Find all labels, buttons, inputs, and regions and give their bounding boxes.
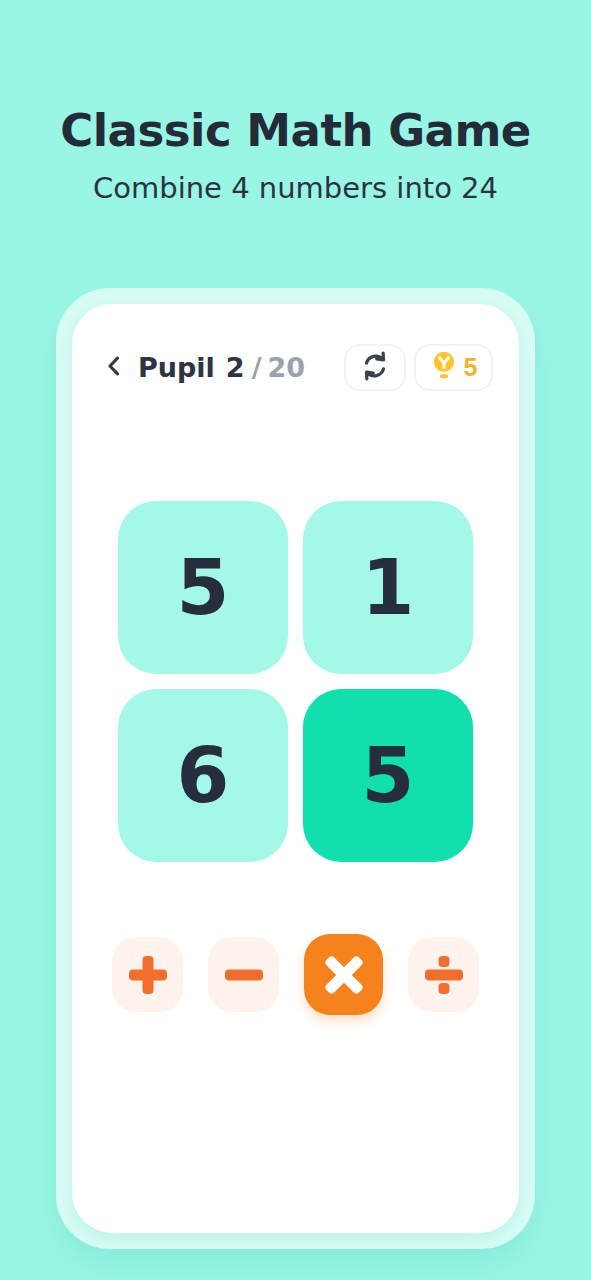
level-label: Pupil bbox=[138, 352, 215, 383]
app-screen: Classic Math Game Combine 4 numbers into… bbox=[0, 0, 591, 1280]
subtract-button[interactable] bbox=[208, 937, 279, 1012]
level-nav: Pupil 2 / 20 bbox=[102, 352, 305, 383]
restart-button[interactable] bbox=[344, 344, 406, 391]
level-current: 2 bbox=[226, 352, 245, 383]
number-tile[interactable]: 5 bbox=[118, 501, 288, 674]
add-button[interactable] bbox=[112, 937, 183, 1012]
divide-icon bbox=[425, 956, 463, 994]
number-tile-selected[interactable]: 5 bbox=[303, 689, 473, 862]
lightbulb-icon bbox=[430, 350, 458, 384]
level-total: 20 bbox=[268, 352, 306, 383]
card-header: Pupil 2 / 20 bbox=[72, 304, 519, 391]
back-button[interactable] bbox=[102, 355, 128, 381]
divide-button[interactable] bbox=[408, 937, 479, 1012]
header-actions: 5 bbox=[344, 344, 493, 391]
plus-icon bbox=[129, 956, 167, 994]
game-card-frame: Pupil 2 / 20 bbox=[56, 288, 535, 1249]
hero-section: Classic Math Game Combine 4 numbers into… bbox=[0, 0, 591, 205]
page-subtitle: Combine 4 numbers into 24 bbox=[0, 171, 591, 205]
operations-row bbox=[72, 934, 519, 1015]
minus-icon bbox=[225, 956, 263, 994]
hints-button[interactable]: 5 bbox=[414, 344, 493, 391]
game-card: Pupil 2 / 20 bbox=[72, 304, 519, 1233]
chevron-left-icon bbox=[103, 354, 127, 381]
number-grid: 5 1 6 5 bbox=[72, 501, 519, 862]
sync-circular-arrows-icon bbox=[358, 349, 392, 386]
level-separator: / bbox=[252, 352, 262, 383]
number-tile[interactable]: 6 bbox=[118, 689, 288, 862]
page-title: Classic Math Game bbox=[0, 106, 591, 156]
number-tile[interactable]: 1 bbox=[303, 501, 473, 674]
multiply-icon bbox=[325, 956, 363, 994]
multiply-button[interactable] bbox=[304, 934, 383, 1015]
hint-count: 5 bbox=[464, 353, 478, 382]
